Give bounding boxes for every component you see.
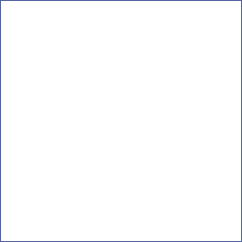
- chess-board: [0, 0, 242, 242]
